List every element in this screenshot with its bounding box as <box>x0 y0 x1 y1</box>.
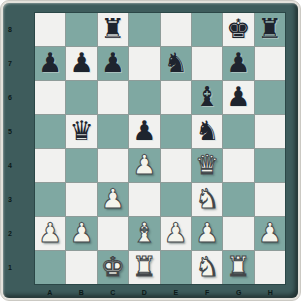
file-label-b: B <box>66 285 98 299</box>
file-label-e: E <box>160 285 192 299</box>
square-g8[interactable]: ♚ <box>223 13 253 46</box>
square-b7[interactable]: ♟ <box>66 47 96 80</box>
file-label-f: F <box>192 285 224 299</box>
square-c4[interactable] <box>98 149 128 182</box>
square-h6[interactable] <box>255 81 285 114</box>
file-label-c: C <box>97 285 129 299</box>
square-d3[interactable] <box>129 183 159 216</box>
square-a1[interactable] <box>35 251 65 284</box>
square-g5[interactable] <box>223 115 253 148</box>
piece-black-pawn[interactable]: ♟ <box>101 49 125 76</box>
square-c8[interactable]: ♜ <box>98 13 128 46</box>
square-g6[interactable]: ♟ <box>223 81 253 114</box>
square-h3[interactable] <box>255 183 285 216</box>
square-d4[interactable]: ♟ <box>129 149 159 182</box>
square-h8[interactable]: ♜ <box>255 13 285 46</box>
piece-black-king[interactable]: ♚ <box>226 15 250 42</box>
piece-black-rook[interactable]: ♜ <box>101 15 125 42</box>
square-b6[interactable] <box>66 81 96 114</box>
piece-black-queen[interactable]: ♛ <box>69 117 93 144</box>
piece-black-pawn[interactable]: ♟ <box>226 49 250 76</box>
square-d1[interactable]: ♜ <box>129 251 159 284</box>
piece-white-pawn[interactable]: ♟ <box>101 185 125 212</box>
chessboard[interactable]: ♜♚♜♟♟♟♞♟♝♟♛♟♞♟♛♟♞♟♟♝♟♟♟♚♜♞♜ <box>34 12 286 285</box>
square-e4[interactable] <box>161 149 191 182</box>
square-f6[interactable]: ♝ <box>192 81 222 114</box>
square-a7[interactable]: ♟ <box>35 47 65 80</box>
square-c2[interactable] <box>98 217 128 250</box>
square-d6[interactable] <box>129 81 159 114</box>
square-g3[interactable] <box>223 183 253 216</box>
square-b1[interactable] <box>66 251 96 284</box>
square-a5[interactable] <box>35 115 65 148</box>
piece-black-pawn[interactable]: ♟ <box>69 49 93 76</box>
square-c7[interactable]: ♟ <box>98 47 128 80</box>
piece-white-rook[interactable]: ♜ <box>226 253 250 280</box>
piece-black-pawn[interactable]: ♟ <box>132 117 156 144</box>
piece-black-pawn[interactable]: ♟ <box>38 49 62 76</box>
piece-black-pawn[interactable]: ♟ <box>226 83 250 110</box>
square-h1[interactable] <box>255 251 285 284</box>
piece-white-queen[interactable]: ♛ <box>195 151 219 178</box>
piece-white-pawn[interactable]: ♟ <box>195 219 219 246</box>
square-a4[interactable] <box>35 149 65 182</box>
rank-label-6: 6 <box>1 80 34 114</box>
square-f5[interactable]: ♞ <box>192 115 222 148</box>
file-label-a: A <box>34 285 66 299</box>
square-c5[interactable] <box>98 115 128 148</box>
rank-label-8: 8 <box>1 12 34 46</box>
file-labels: ABCDEFGH <box>34 285 286 299</box>
piece-white-pawn[interactable]: ♟ <box>132 151 156 178</box>
rank-label-4: 4 <box>1 149 34 183</box>
square-f1[interactable]: ♞ <box>192 251 222 284</box>
piece-black-rook[interactable]: ♜ <box>258 15 282 42</box>
piece-white-knight[interactable]: ♞ <box>195 185 219 212</box>
square-h5[interactable] <box>255 115 285 148</box>
square-e5[interactable] <box>161 115 191 148</box>
piece-white-pawn[interactable]: ♟ <box>69 219 93 246</box>
square-a3[interactable] <box>35 183 65 216</box>
piece-white-pawn[interactable]: ♟ <box>258 219 282 246</box>
square-f4[interactable]: ♛ <box>192 149 222 182</box>
file-label-d: D <box>129 285 161 299</box>
square-h2[interactable]: ♟ <box>255 217 285 250</box>
square-b3[interactable] <box>66 183 96 216</box>
square-a8[interactable] <box>35 13 65 46</box>
square-b8[interactable] <box>66 13 96 46</box>
piece-black-knight[interactable]: ♞ <box>164 49 188 76</box>
square-e6[interactable] <box>161 81 191 114</box>
piece-white-rook[interactable]: ♜ <box>132 253 156 280</box>
piece-white-bishop[interactable]: ♝ <box>132 219 156 246</box>
square-d2[interactable]: ♝ <box>129 217 159 250</box>
piece-white-knight[interactable]: ♞ <box>195 253 219 280</box>
square-a6[interactable] <box>35 81 65 114</box>
square-h7[interactable] <box>255 47 285 80</box>
piece-white-pawn[interactable]: ♟ <box>38 219 62 246</box>
square-b5[interactable]: ♛ <box>66 115 96 148</box>
square-e7[interactable]: ♞ <box>161 47 191 80</box>
square-e3[interactable] <box>161 183 191 216</box>
square-c1[interactable]: ♚ <box>98 251 128 284</box>
square-d5[interactable]: ♟ <box>129 115 159 148</box>
square-f2[interactable]: ♟ <box>192 217 222 250</box>
piece-black-bishop[interactable]: ♝ <box>195 83 219 110</box>
square-e2[interactable]: ♟ <box>161 217 191 250</box>
square-c6[interactable] <box>98 81 128 114</box>
file-label-g: G <box>223 285 255 299</box>
piece-black-knight[interactable]: ♞ <box>195 117 219 144</box>
rank-label-7: 7 <box>1 46 34 80</box>
rank-labels: 87654321 <box>1 12 34 285</box>
chess-app-window: ♜♚♜♟♟♟♞♟♝♟♛♟♞♟♛♟♞♟♟♝♟♟♟♚♜♞♜ 87654321 ABC… <box>0 0 301 301</box>
square-c3[interactable]: ♟ <box>98 183 128 216</box>
square-f3[interactable]: ♞ <box>192 183 222 216</box>
square-f8[interactable] <box>192 13 222 46</box>
rank-label-5: 5 <box>1 114 34 148</box>
rank-label-2: 2 <box>1 217 34 251</box>
square-d8[interactable] <box>129 13 159 46</box>
square-g1[interactable]: ♜ <box>223 251 253 284</box>
piece-white-king[interactable]: ♚ <box>101 253 125 280</box>
rank-label-1: 1 <box>1 251 34 285</box>
square-a2[interactable]: ♟ <box>35 217 65 250</box>
square-e1[interactable] <box>161 251 191 284</box>
rank-label-3: 3 <box>1 183 34 217</box>
square-b4[interactable] <box>66 149 96 182</box>
file-label-h: H <box>255 285 287 299</box>
square-b2[interactable]: ♟ <box>66 217 96 250</box>
square-d7[interactable] <box>129 47 159 80</box>
square-g4[interactable] <box>223 149 253 182</box>
square-e8[interactable] <box>161 13 191 46</box>
square-h4[interactable] <box>255 149 285 182</box>
piece-white-pawn[interactable]: ♟ <box>164 219 188 246</box>
square-f7[interactable] <box>192 47 222 80</box>
square-g2[interactable] <box>223 217 253 250</box>
square-g7[interactable]: ♟ <box>223 47 253 80</box>
